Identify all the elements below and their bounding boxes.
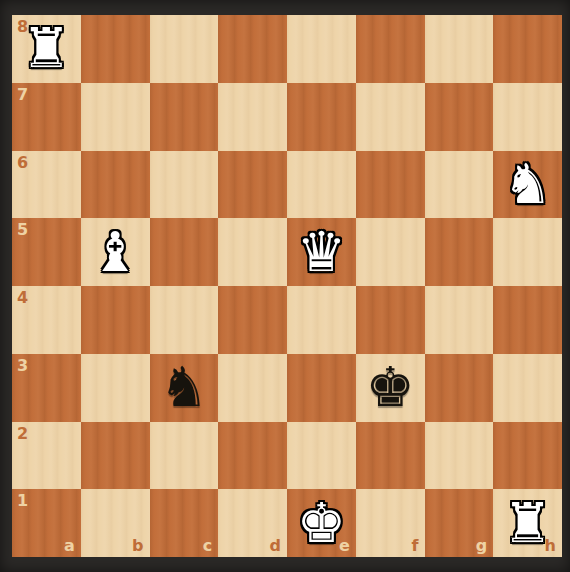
square-b4[interactable]: [81, 286, 150, 354]
square-a5[interactable]: 5: [12, 218, 81, 286]
square-d4[interactable]: [218, 286, 287, 354]
square-c6[interactable]: [150, 151, 219, 219]
square-e3[interactable]: [287, 354, 356, 422]
square-b6[interactable]: [81, 151, 150, 219]
square-d7[interactable]: [218, 83, 287, 151]
white-rook[interactable]: ♜: [503, 496, 552, 551]
square-f2[interactable]: [356, 422, 425, 490]
square-f5[interactable]: [356, 218, 425, 286]
square-c8[interactable]: [150, 15, 219, 83]
square-f3[interactable]: ♚: [356, 354, 425, 422]
rank-label-4: 4: [17, 290, 28, 306]
white-queen[interactable]: ♛: [297, 225, 346, 280]
square-d6[interactable]: [218, 151, 287, 219]
square-c3[interactable]: ♞: [150, 354, 219, 422]
square-a4[interactable]: 4: [12, 286, 81, 354]
rank-label-7: 7: [17, 87, 28, 103]
square-d5[interactable]: [218, 218, 287, 286]
square-e2[interactable]: [287, 422, 356, 490]
board-frame: 8♜76♞5♝♛43♞♚21abcde♚fgh♜: [0, 0, 570, 572]
square-d8[interactable]: [218, 15, 287, 83]
file-label-g: g: [476, 538, 487, 554]
square-f7[interactable]: [356, 83, 425, 151]
square-b3[interactable]: [81, 354, 150, 422]
rank-label-2: 2: [17, 426, 28, 442]
square-e7[interactable]: [287, 83, 356, 151]
square-g2[interactable]: [425, 422, 494, 490]
square-h1[interactable]: h♜: [493, 489, 562, 557]
square-c2[interactable]: [150, 422, 219, 490]
square-b2[interactable]: [81, 422, 150, 490]
square-c7[interactable]: [150, 83, 219, 151]
square-c4[interactable]: [150, 286, 219, 354]
square-c1[interactable]: c: [150, 489, 219, 557]
square-e4[interactable]: [287, 286, 356, 354]
square-e1[interactable]: e♚: [287, 489, 356, 557]
square-a2[interactable]: 2: [12, 422, 81, 490]
square-c5[interactable]: [150, 218, 219, 286]
square-a3[interactable]: 3: [12, 354, 81, 422]
square-f6[interactable]: [356, 151, 425, 219]
white-knight[interactable]: ♞: [503, 157, 552, 212]
square-e5[interactable]: ♛: [287, 218, 356, 286]
square-f4[interactable]: [356, 286, 425, 354]
square-d3[interactable]: [218, 354, 287, 422]
square-h6[interactable]: ♞: [493, 151, 562, 219]
file-label-f: f: [412, 538, 419, 554]
white-bishop[interactable]: ♝: [90, 225, 139, 280]
file-label-d: d: [270, 538, 281, 554]
square-g4[interactable]: [425, 286, 494, 354]
square-a6[interactable]: 6: [12, 151, 81, 219]
square-f8[interactable]: [356, 15, 425, 83]
file-label-a: a: [64, 538, 75, 554]
square-d1[interactable]: d: [218, 489, 287, 557]
square-b8[interactable]: [81, 15, 150, 83]
square-h5[interactable]: [493, 218, 562, 286]
rank-label-5: 5: [17, 222, 28, 238]
square-g3[interactable]: [425, 354, 494, 422]
black-king[interactable]: ♚: [365, 360, 414, 415]
square-h8[interactable]: [493, 15, 562, 83]
chess-board: 8♜76♞5♝♛43♞♚21abcde♚fgh♜: [12, 15, 562, 557]
square-g6[interactable]: [425, 151, 494, 219]
white-king[interactable]: ♚: [297, 496, 346, 551]
square-h7[interactable]: [493, 83, 562, 151]
square-h2[interactable]: [493, 422, 562, 490]
square-g7[interactable]: [425, 83, 494, 151]
square-h4[interactable]: [493, 286, 562, 354]
black-knight[interactable]: ♞: [159, 360, 208, 415]
square-b1[interactable]: b: [81, 489, 150, 557]
square-d2[interactable]: [218, 422, 287, 490]
square-f1[interactable]: f: [356, 489, 425, 557]
square-e6[interactable]: [287, 151, 356, 219]
square-g8[interactable]: [425, 15, 494, 83]
square-b5[interactable]: ♝: [81, 218, 150, 286]
square-a1[interactable]: 1a: [12, 489, 81, 557]
square-h3[interactable]: [493, 354, 562, 422]
rank-label-1: 1: [17, 493, 28, 509]
file-label-c: c: [203, 538, 212, 554]
rank-label-3: 3: [17, 358, 28, 374]
square-a8[interactable]: 8♜: [12, 15, 81, 83]
square-b7[interactable]: [81, 83, 150, 151]
square-e8[interactable]: [287, 15, 356, 83]
file-label-b: b: [132, 538, 143, 554]
square-g1[interactable]: g: [425, 489, 494, 557]
rank-label-6: 6: [17, 155, 28, 171]
square-a7[interactable]: 7: [12, 83, 81, 151]
white-rook[interactable]: ♜: [22, 21, 71, 76]
square-g5[interactable]: [425, 218, 494, 286]
